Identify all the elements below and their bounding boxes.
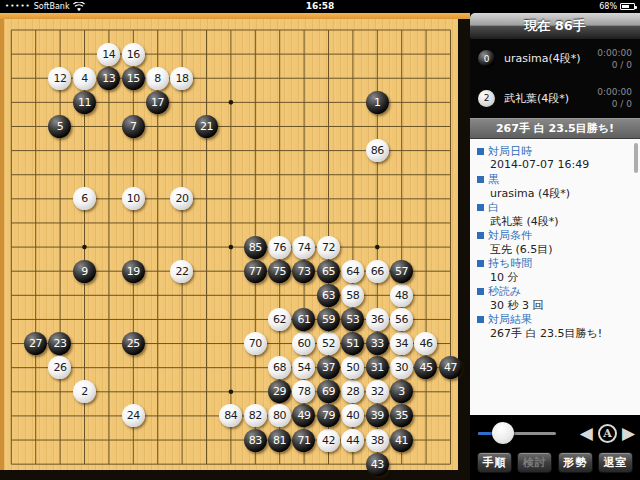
stone-move-30: 30 — [390, 356, 413, 379]
stone-move-4: 4 — [73, 67, 96, 90]
stone-move-52: 52 — [317, 332, 340, 355]
player-row-white: 2 武礼葉(4段*) 0:00:00 0 / 0 — [470, 79, 640, 119]
estimate-button[interactable]: 形勢 — [558, 452, 593, 473]
stone-move-56: 56 — [390, 308, 413, 331]
stone-move-16: 16 — [122, 43, 145, 66]
stone-move-84: 84 — [219, 404, 242, 427]
player-row-black: 0 urasima(4段*) 0:00:00 0 / 0 — [470, 39, 640, 79]
stone-move-6: 6 — [73, 187, 96, 210]
stone-move-14: 14 — [97, 43, 120, 66]
info-value-2: 武礼葉 (4段*) — [477, 214, 632, 227]
stone-move-43: 43 — [366, 453, 389, 476]
bullet-icon — [477, 148, 484, 155]
info-value-0: 2014-07-07 16:49 — [477, 158, 632, 171]
stone-move-65: 65 — [317, 260, 340, 283]
players-panel: 0 urasima(4段*) 0:00:00 0 / 0 2 武礼葉(4段*) … — [470, 39, 640, 118]
info-label-1: 黒 — [477, 172, 632, 186]
auto-play-button[interactable]: A — [598, 424, 617, 443]
stone-move-48: 48 — [390, 284, 413, 307]
next-move-button[interactable]: ▶ — [622, 422, 635, 444]
previous-move-button[interactable]: ◀ — [580, 422, 593, 444]
white-stone-capture-badge: 2 — [478, 90, 495, 107]
action-buttons-row: 手順検討形勢退室 — [470, 452, 640, 473]
stone-move-45: 45 — [414, 356, 437, 379]
stone-move-25: 25 — [122, 332, 145, 355]
stone-move-64: 64 — [341, 260, 364, 283]
stone-move-20: 20 — [170, 187, 193, 210]
stone-move-38: 38 — [366, 429, 389, 452]
stone-move-86: 86 — [366, 139, 389, 162]
stone-move-18: 18 — [170, 67, 193, 90]
moves-button[interactable]: 手順 — [477, 452, 512, 473]
bullet-icon — [477, 288, 484, 295]
game-result-bar: 267手 白 23.5目勝ち! — [470, 118, 640, 139]
stone-move-42: 42 — [317, 429, 340, 452]
stone-move-26: 26 — [48, 356, 71, 379]
info-value-3: 互先 (6.5目) — [477, 242, 632, 255]
scrollbar-thumb[interactable] — [634, 143, 638, 173]
info-label-0: 対局日時 — [477, 144, 632, 158]
stone-move-28: 28 — [341, 380, 364, 403]
stone-move-71: 71 — [292, 429, 315, 452]
sidebar: 現在 86手 0 urasima(4段*) 0:00:00 0 / 0 2 武礼… — [470, 13, 640, 480]
info-label-4: 持ち時間 — [477, 256, 632, 270]
stone-move-15: 15 — [122, 67, 145, 90]
current-move-header: 現在 86手 — [470, 13, 640, 39]
review-button[interactable]: 検討 — [517, 452, 552, 473]
stone-move-1: 1 — [366, 91, 389, 114]
stone-move-57: 57 — [390, 260, 413, 283]
stone-move-3: 3 — [390, 380, 413, 403]
stone-move-79: 79 — [317, 404, 340, 427]
stone-move-50: 50 — [341, 356, 364, 379]
go-board: 1234567891011121314151617181920212223242… — [0, 13, 470, 480]
stone-move-12: 12 — [48, 67, 71, 90]
stone-move-47: 47 — [439, 356, 462, 379]
stone-move-63: 63 — [317, 284, 340, 307]
status-right: 68% — [599, 0, 635, 13]
bullet-icon — [477, 316, 484, 323]
stone-move-5: 5 — [48, 115, 71, 138]
stone-move-77: 77 — [244, 260, 267, 283]
stone-move-11: 11 — [73, 91, 96, 114]
clock-time: 16:58 — [0, 0, 640, 13]
stone-move-66: 66 — [366, 260, 389, 283]
bullet-icon — [477, 232, 484, 239]
stone-move-59: 59 — [317, 308, 340, 331]
battery-percent-label: 68% — [599, 2, 617, 11]
black-player-clock: 0:00:00 0 / 0 — [597, 47, 632, 71]
stone-move-60: 60 — [292, 332, 315, 355]
stone-move-27: 27 — [24, 332, 47, 355]
stone-move-44: 44 — [341, 429, 364, 452]
stone-move-72: 72 — [317, 236, 340, 259]
nav-controls: ◀ A ▶ — [580, 422, 635, 444]
stone-move-49: 49 — [292, 404, 315, 427]
info-value-6: 267手 白 23.5目勝ち! — [477, 326, 632, 339]
info-value-4: 10 分 — [477, 270, 632, 283]
stone-move-13: 13 — [97, 67, 120, 90]
stone-move-34: 34 — [390, 332, 413, 355]
stone-move-54: 54 — [292, 356, 315, 379]
stone-move-78: 78 — [292, 380, 315, 403]
stone-move-51: 51 — [341, 332, 364, 355]
stone-move-83: 83 — [244, 429, 267, 452]
white-player-name: 武礼葉(4段*) — [504, 91, 597, 106]
stone-move-17: 17 — [146, 91, 169, 114]
status-bar: ••••• SoftBank 16:58 68% — [0, 0, 640, 13]
info-value-1: urasima (4段*) — [477, 186, 632, 199]
replay-controls: ◀ A ▶ 手順検討形勢退室 — [470, 415, 640, 480]
stone-move-2: 2 — [73, 380, 96, 403]
black-stone-capture-badge: 0 — [478, 50, 495, 67]
info-value-5: 30 秒 3 回 — [477, 298, 632, 311]
stone-move-22: 22 — [170, 260, 193, 283]
stone-move-39: 39 — [366, 404, 389, 427]
white-player-clock: 0:00:00 0 / 0 — [597, 86, 632, 110]
bullet-icon — [477, 204, 484, 211]
stone-move-8: 8 — [146, 67, 169, 90]
bullet-icon — [477, 176, 484, 183]
info-label-3: 対局条件 — [477, 228, 632, 242]
slider-thumb[interactable] — [492, 422, 514, 444]
stone-move-75: 75 — [268, 260, 291, 283]
leave-room-button[interactable]: 退室 — [598, 452, 633, 473]
stone-move-74: 74 — [292, 236, 315, 259]
stone-move-33: 33 — [366, 332, 389, 355]
game-info-panel: 対局日時2014-07-07 16:49黒urasima (4段*)白武礼葉 (… — [470, 139, 640, 415]
stone-move-69: 69 — [317, 380, 340, 403]
stone-move-37: 37 — [317, 356, 340, 379]
stone-move-68: 68 — [268, 356, 291, 379]
stone-move-36: 36 — [366, 308, 389, 331]
stone-move-81: 81 — [268, 429, 291, 452]
stone-move-35: 35 — [390, 404, 413, 427]
stone-move-31: 31 — [366, 356, 389, 379]
stone-move-32: 32 — [366, 380, 389, 403]
battery-icon — [620, 3, 635, 10]
stone-move-24: 24 — [122, 404, 145, 427]
stone-move-70: 70 — [244, 332, 267, 355]
stone-move-19: 19 — [122, 260, 145, 283]
bullet-icon — [477, 260, 484, 267]
stone-move-62: 62 — [268, 308, 291, 331]
stone-move-58: 58 — [341, 284, 364, 307]
stone-move-23: 23 — [48, 332, 71, 355]
stone-move-53: 53 — [341, 308, 364, 331]
stone-move-76: 76 — [268, 236, 291, 259]
stone-move-46: 46 — [414, 332, 437, 355]
stone-move-85: 85 — [244, 236, 267, 259]
stone-move-61: 61 — [292, 308, 315, 331]
stone-move-41: 41 — [390, 429, 413, 452]
stone-move-40: 40 — [341, 404, 364, 427]
stone-move-29: 29 — [268, 380, 291, 403]
move-slider[interactable] — [478, 432, 556, 435]
info-label-5: 秒読み — [477, 284, 632, 298]
app-screen: ••••• SoftBank 16:58 68% 123456789101112… — [0, 0, 640, 480]
stone-move-82: 82 — [244, 404, 267, 427]
info-label-6: 対局結果 — [477, 312, 632, 326]
stone-move-9: 9 — [73, 260, 96, 283]
black-player-name: urasima(4段*) — [504, 51, 597, 66]
stones-layer: 1234567891011121314151617181920212223242… — [0, 18, 463, 476]
stone-move-73: 73 — [292, 260, 315, 283]
stone-move-7: 7 — [122, 115, 145, 138]
stone-move-10: 10 — [122, 187, 145, 210]
info-label-2: 白 — [477, 200, 632, 214]
stone-move-21: 21 — [195, 115, 218, 138]
stone-move-80: 80 — [268, 404, 291, 427]
